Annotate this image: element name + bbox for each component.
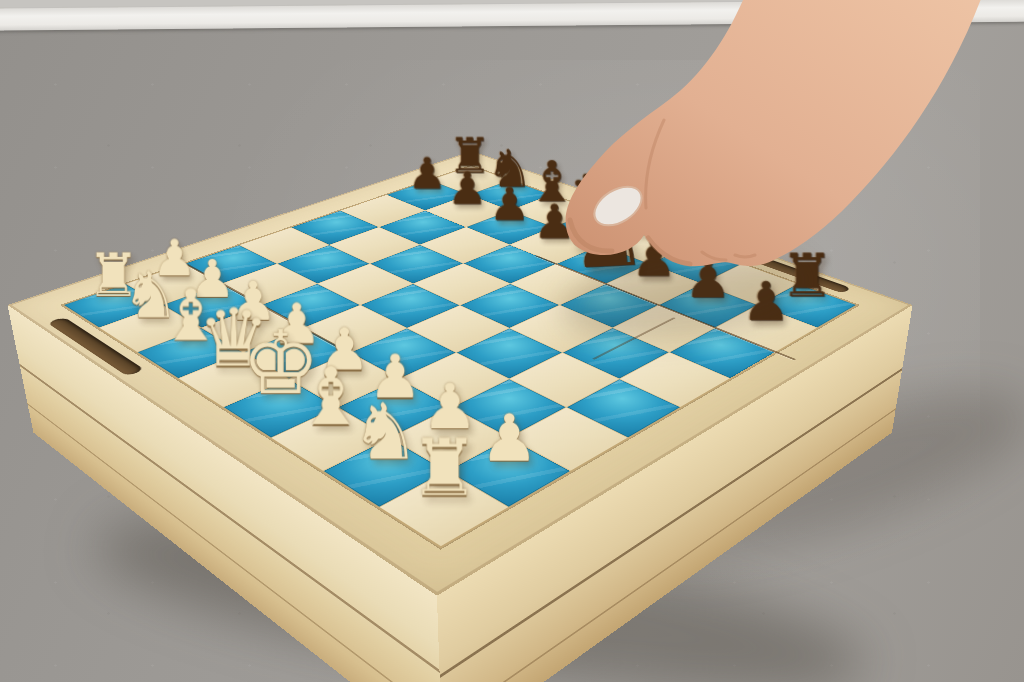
box-top-rim: ♜♞♝♛♚♝♜♟♟♟♟♟♟♟♟♟♟♟♟♟♟♟♟♜♞♝♛♚♝♞♜ [7,151,912,596]
black-pawn-h7[interactable]: ♟ [730,274,802,328]
chess-box: ♜♞♝♛♚♝♜♟♟♟♟♟♟♟♟♟♟♟♟♟♟♟♟♜♞♝♛♚♝♞♜ [7,151,912,596]
square-h1[interactable]: ♜ [380,471,508,546]
scene: ♜♞♝♛♚♝♜♟♟♟♟♟♟♟♟♟♟♟♟♟♟♟♟♜♞♝♛♚♝♞♜ [0,0,1024,682]
white-rook-h1[interactable]: ♜ [399,429,489,508]
held-black-knight[interactable]: ♞ [545,175,661,291]
